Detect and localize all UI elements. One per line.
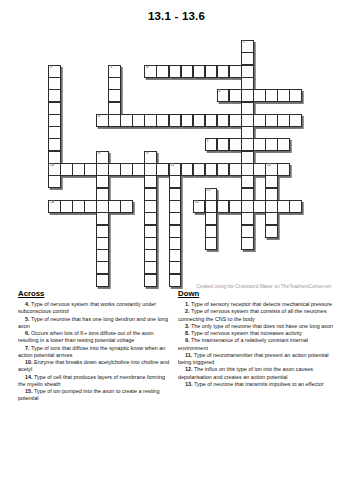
crossword-cell-r8-c15[interactable] <box>229 138 242 151</box>
clue-number-label-9: 9 <box>146 152 148 156</box>
crossword-cell-r6-c20[interactable] <box>289 114 302 127</box>
page-title: 13.1 - 13.6 <box>0 10 353 22</box>
crossword-cell-r14-c13[interactable] <box>205 212 218 225</box>
crossword-cell-r5-c0[interactable] <box>48 102 61 115</box>
crossword-cell-r14-c10[interactable] <box>169 212 182 225</box>
crossword-cell-r2-c15[interactable] <box>229 65 242 78</box>
crossword-cell-r10-c18[interactable]: 12 <box>265 163 278 176</box>
crossword-cell-r9-c4[interactable]: 8 <box>96 151 109 164</box>
crossword-cell-r11-c0[interactable] <box>48 175 61 188</box>
clue-number-label-4: 4 <box>146 66 148 70</box>
crossword-cell-r6-c9[interactable] <box>156 114 169 127</box>
across-clue-14: 14. Type of cell that produces layers of… <box>18 374 171 389</box>
crossword-cell-r13-c13[interactable] <box>205 200 218 213</box>
down-clue-11: 11. Type of neurotransmitter that preven… <box>178 352 338 367</box>
crossword-cell-r6-c12[interactable] <box>193 114 206 127</box>
crossword-cell-r7-c0[interactable] <box>48 126 61 139</box>
crossword-cell-r1-c16[interactable] <box>241 52 254 65</box>
crossword-cell-r6-c10[interactable] <box>169 114 182 127</box>
crossword-cell-r6-c6[interactable] <box>120 114 133 127</box>
crossword-cell-r6-c11[interactable] <box>181 114 194 127</box>
crossword-cell-r16-c13[interactable] <box>205 237 218 250</box>
crossword-cell-r2-c8[interactable]: 4 <box>144 65 157 78</box>
crossword-cell-r7-c16[interactable] <box>241 126 254 139</box>
crossword-cell-r16-c10[interactable] <box>169 237 182 250</box>
clue-number-label-2: 2 <box>50 66 52 70</box>
clue-number-label-12: 12 <box>267 164 271 168</box>
crossword-cell-r11-c18[interactable] <box>265 175 278 188</box>
crossword-cell-r8-c13[interactable]: 7 <box>205 138 218 151</box>
crossword-cell-r10-c5[interactable] <box>108 163 121 176</box>
crossword-cell-r10-c15[interactable] <box>229 163 242 176</box>
crossword-cell-r12-c18[interactable] <box>265 188 278 201</box>
crossword-cell-r9-c16[interactable] <box>241 151 254 164</box>
crossword-cell-r4-c20[interactable] <box>289 89 302 102</box>
crossword-cell-r13-c19[interactable] <box>277 200 290 213</box>
crossword-cell-r13-c15[interactable] <box>229 200 242 213</box>
crossword-cell-r10-c6[interactable] <box>120 163 133 176</box>
crossword-cell-r12-c10[interactable] <box>169 188 182 201</box>
clue-number-label-11: 11 <box>170 164 174 168</box>
crossword-cell-r4-c18[interactable] <box>265 89 278 102</box>
down-clue-list: 1. Type of sensory receptor that detects… <box>178 301 338 388</box>
across-clue-list: 4. Type of nervous system that works con… <box>18 301 171 403</box>
crossword-cell-r13-c1[interactable] <box>60 200 73 213</box>
crossword-cell-r8-c19[interactable] <box>277 138 290 151</box>
crossword-cell-r15-c16[interactable] <box>241 225 254 238</box>
clue-number-label-15: 15 <box>194 201 198 205</box>
across-clue-15: 15. Type of ion pumped into the axon to … <box>18 388 171 403</box>
crossword-cell-r3-c16[interactable] <box>241 77 254 90</box>
clue-number-label-8: 8 <box>98 152 100 156</box>
crossword-cell-r11-c16[interactable] <box>241 175 254 188</box>
crossword-cell-r12-c8[interactable] <box>144 188 157 201</box>
down-clue-12: 12. The influx on this type of ion into … <box>178 366 338 381</box>
crossword-cell-r15-c8[interactable] <box>144 225 157 238</box>
crossword-cell-r16-c16[interactable] <box>241 237 254 250</box>
crossword-cell-r10-c7[interactable] <box>132 163 145 176</box>
crossword-cell-r4-c5[interactable] <box>108 89 121 102</box>
down-clue-3: 3. The only type of neurone that does no… <box>178 323 338 330</box>
across-clue-7: 7. Type of ions that diffuse into the sy… <box>18 345 171 360</box>
crossword-cell-r4-c0[interactable] <box>48 89 61 102</box>
crossword-cell-r4-c16[interactable] <box>241 89 254 102</box>
crossword-cell-r16-c8[interactable] <box>144 237 157 250</box>
across-clue-5: 5. Type of neurone that has one long den… <box>18 316 171 331</box>
crossword-cell-r2-c13[interactable] <box>205 65 218 78</box>
crossword-cell-r18-c10[interactable] <box>169 261 182 274</box>
crossword-cell-r10-c16[interactable] <box>241 163 254 176</box>
clue-number-label-3: 3 <box>110 66 112 70</box>
crossword-cell-r14-c18[interactable] <box>265 212 278 225</box>
crossword-cell-r15-c10[interactable] <box>169 225 182 238</box>
crossword-cell-r10-c0[interactable]: 10 <box>48 163 61 176</box>
crossword-cell-r13-c17[interactable] <box>253 200 266 213</box>
across-clue-10: 10. Enzyme that breaks down acetylcholin… <box>18 359 171 374</box>
crossword-cell-r11-c4[interactable] <box>96 175 109 188</box>
crossword-cell-r8-c18[interactable] <box>265 138 278 151</box>
crossword-cell-r6-c4[interactable]: 6 <box>96 114 109 127</box>
across-clues-section: Across 4. Type of nervous system that wo… <box>18 289 171 403</box>
crossword-cell-r10-c8[interactable] <box>144 163 157 176</box>
crossword-cell-r13-c14[interactable] <box>217 200 230 213</box>
crossword-cell-r0-c16[interactable]: 1 <box>241 40 254 53</box>
crossword-cell-r8-c17[interactable] <box>253 138 266 151</box>
crossword-cell-r2-c10[interactable] <box>169 65 182 78</box>
clue-number-label-5: 5 <box>219 90 221 94</box>
down-clue-9: 9. The maintenance of a relatively const… <box>178 337 338 352</box>
crossword-cell-r4-c17[interactable] <box>253 89 266 102</box>
crossword-cell-r14-c4[interactable] <box>96 212 109 225</box>
crossword-cell-r12-c13[interactable]: 13 <box>205 188 218 201</box>
crossword-cell-r10-c9[interactable] <box>156 163 169 176</box>
crossword-cell-r11-c8[interactable] <box>144 175 157 188</box>
crossword-cell-r13-c16[interactable] <box>241 200 254 213</box>
crossword-cell-r2-c11[interactable] <box>181 65 194 78</box>
down-header: Down <box>178 289 338 298</box>
crossword-cell-r6-c19[interactable] <box>277 114 290 127</box>
crossword-cell-r12-c16[interactable] <box>241 188 254 201</box>
crossword-cell-r8-c16[interactable] <box>241 138 254 151</box>
crossword-cell-r13-c3[interactable] <box>84 200 97 213</box>
crossword-cell-r9-c8[interactable]: 9 <box>144 151 157 164</box>
crossword-cell-r8-c14[interactable] <box>217 138 230 151</box>
down-clues-section: Down 1. Type of sensory receptor that de… <box>178 289 338 388</box>
crossword-cell-r6-c13[interactable] <box>205 114 218 127</box>
crossword-cell-r17-c8[interactable] <box>144 249 157 262</box>
crossword-cell-r8-c0[interactable] <box>48 138 61 151</box>
crossword-cell-r16-c4[interactable] <box>96 237 109 250</box>
down-clue-13: 13. Type of neurone that transmits impul… <box>178 381 338 388</box>
crossword-cell-r14-c8[interactable] <box>144 212 157 225</box>
crossword-cell-r2-c12[interactable] <box>193 65 206 78</box>
crossword-cell-r5-c16[interactable] <box>241 102 254 115</box>
crossword-cell-r10-c19[interactable] <box>277 163 290 176</box>
crossword-cell-r9-c0[interactable] <box>48 151 61 164</box>
crossword-cell-r13-c8[interactable] <box>144 200 157 213</box>
crossword-cell-r10-c11[interactable] <box>181 163 194 176</box>
crossword-cell-r10-c13[interactable] <box>205 163 218 176</box>
crossword-cell-r10-c14[interactable] <box>217 163 230 176</box>
clue-number-label-7: 7 <box>207 140 209 144</box>
crossword-cell-r10-c2[interactable] <box>72 163 85 176</box>
crossword-cell-r4-c14[interactable]: 5 <box>217 89 230 102</box>
crossword-cell-r17-c10[interactable] <box>169 249 182 262</box>
crossword-cell-r10-c1[interactable] <box>60 163 73 176</box>
clue-number-label-10: 10 <box>50 164 54 168</box>
crossword-cell-r13-c0[interactable]: 14 <box>48 200 61 213</box>
crossword-cell-r15-c4[interactable] <box>96 225 109 238</box>
crossword-cell-r10-c12[interactable] <box>193 163 206 176</box>
crossword-cell-r2-c9[interactable] <box>156 65 169 78</box>
clue-number-label-14: 14 <box>50 201 54 205</box>
clue-number-label-1: 1 <box>243 41 245 45</box>
crossword-cell-r13-c18[interactable] <box>265 200 278 213</box>
crossword-cell-r15-c13[interactable] <box>205 225 218 238</box>
clue-number-label-6: 6 <box>98 115 100 119</box>
crossword-cell-r17-c4[interactable] <box>96 249 109 262</box>
crossword-cell-r2-c16[interactable] <box>241 65 254 78</box>
crossword-cell-r6-c14[interactable] <box>217 114 230 127</box>
crossword-cell-r15-c18[interactable] <box>265 225 278 238</box>
crossword-cell-r3-c0[interactable] <box>48 77 61 90</box>
crossword-cell-r13-c12[interactable]: 15 <box>193 200 206 213</box>
crossword-cell-r5-c5[interactable] <box>108 102 121 115</box>
crossword-cell-r13-c6[interactable] <box>120 200 133 213</box>
crossword-cell-r12-c4[interactable] <box>96 188 109 201</box>
crossword-cell-r6-c18[interactable] <box>265 114 278 127</box>
crossword-cell-r2-c5[interactable]: 3 <box>108 65 121 78</box>
across-clue-6: 6. Occurs when lots of K+ ions diffuse o… <box>18 330 171 345</box>
crossword-cell-r13-c10[interactable] <box>169 200 182 213</box>
crossword-cell-r6-c15[interactable] <box>229 114 242 127</box>
crossword-cell-r10-c17[interactable] <box>253 163 266 176</box>
crossword-cell-r10-c3[interactable] <box>84 163 97 176</box>
crossword-grid: 123456789101112131415 <box>48 40 304 286</box>
crossword-cell-r6-c17[interactable] <box>253 114 266 127</box>
crossword-cell-r13-c5[interactable] <box>108 200 121 213</box>
crossword-cell-r4-c19[interactable] <box>277 89 290 102</box>
crossword-cell-r2-c0[interactable]: 2 <box>48 65 61 78</box>
crossword-cell-r3-c5[interactable] <box>108 77 121 90</box>
crossword-cell-r13-c2[interactable] <box>72 200 85 213</box>
crossword-cell-r6-c0[interactable] <box>48 114 61 127</box>
crossword-cell-r6-c16[interactable] <box>241 114 254 127</box>
crossword-cell-r10-c4[interactable] <box>96 163 109 176</box>
down-clue-1: 1. Type of sensory receptor that detects… <box>178 301 338 308</box>
crossword-cell-r2-c14[interactable] <box>217 65 230 78</box>
crossword-cell-r11-c10[interactable] <box>169 175 182 188</box>
crossword-cell-r6-c8[interactable] <box>144 114 157 127</box>
down-clue-8: 8. Type of nervous system that increases… <box>178 330 338 337</box>
across-clue-4: 4. Type of nervous system that works con… <box>18 301 171 316</box>
crossword-cell-r10-c10[interactable]: 11 <box>169 163 182 176</box>
crossword-cell-r13-c4[interactable] <box>96 200 109 213</box>
crossword-cell-r14-c16[interactable] <box>241 212 254 225</box>
crossword-cell-r13-c20[interactable] <box>289 200 302 213</box>
crossword-cell-r6-c7[interactable] <box>132 114 145 127</box>
crossword-cell-r18-c8[interactable] <box>144 261 157 274</box>
across-header: Across <box>18 289 171 298</box>
crossword-cell-r18-c4[interactable] <box>96 261 109 274</box>
down-clue-2: 2. Type of nervous system that consists … <box>178 308 338 323</box>
clue-number-label-13: 13 <box>207 189 211 193</box>
crossword-cell-r4-c15[interactable] <box>229 89 242 102</box>
crossword-cell-r6-c5[interactable] <box>108 114 121 127</box>
